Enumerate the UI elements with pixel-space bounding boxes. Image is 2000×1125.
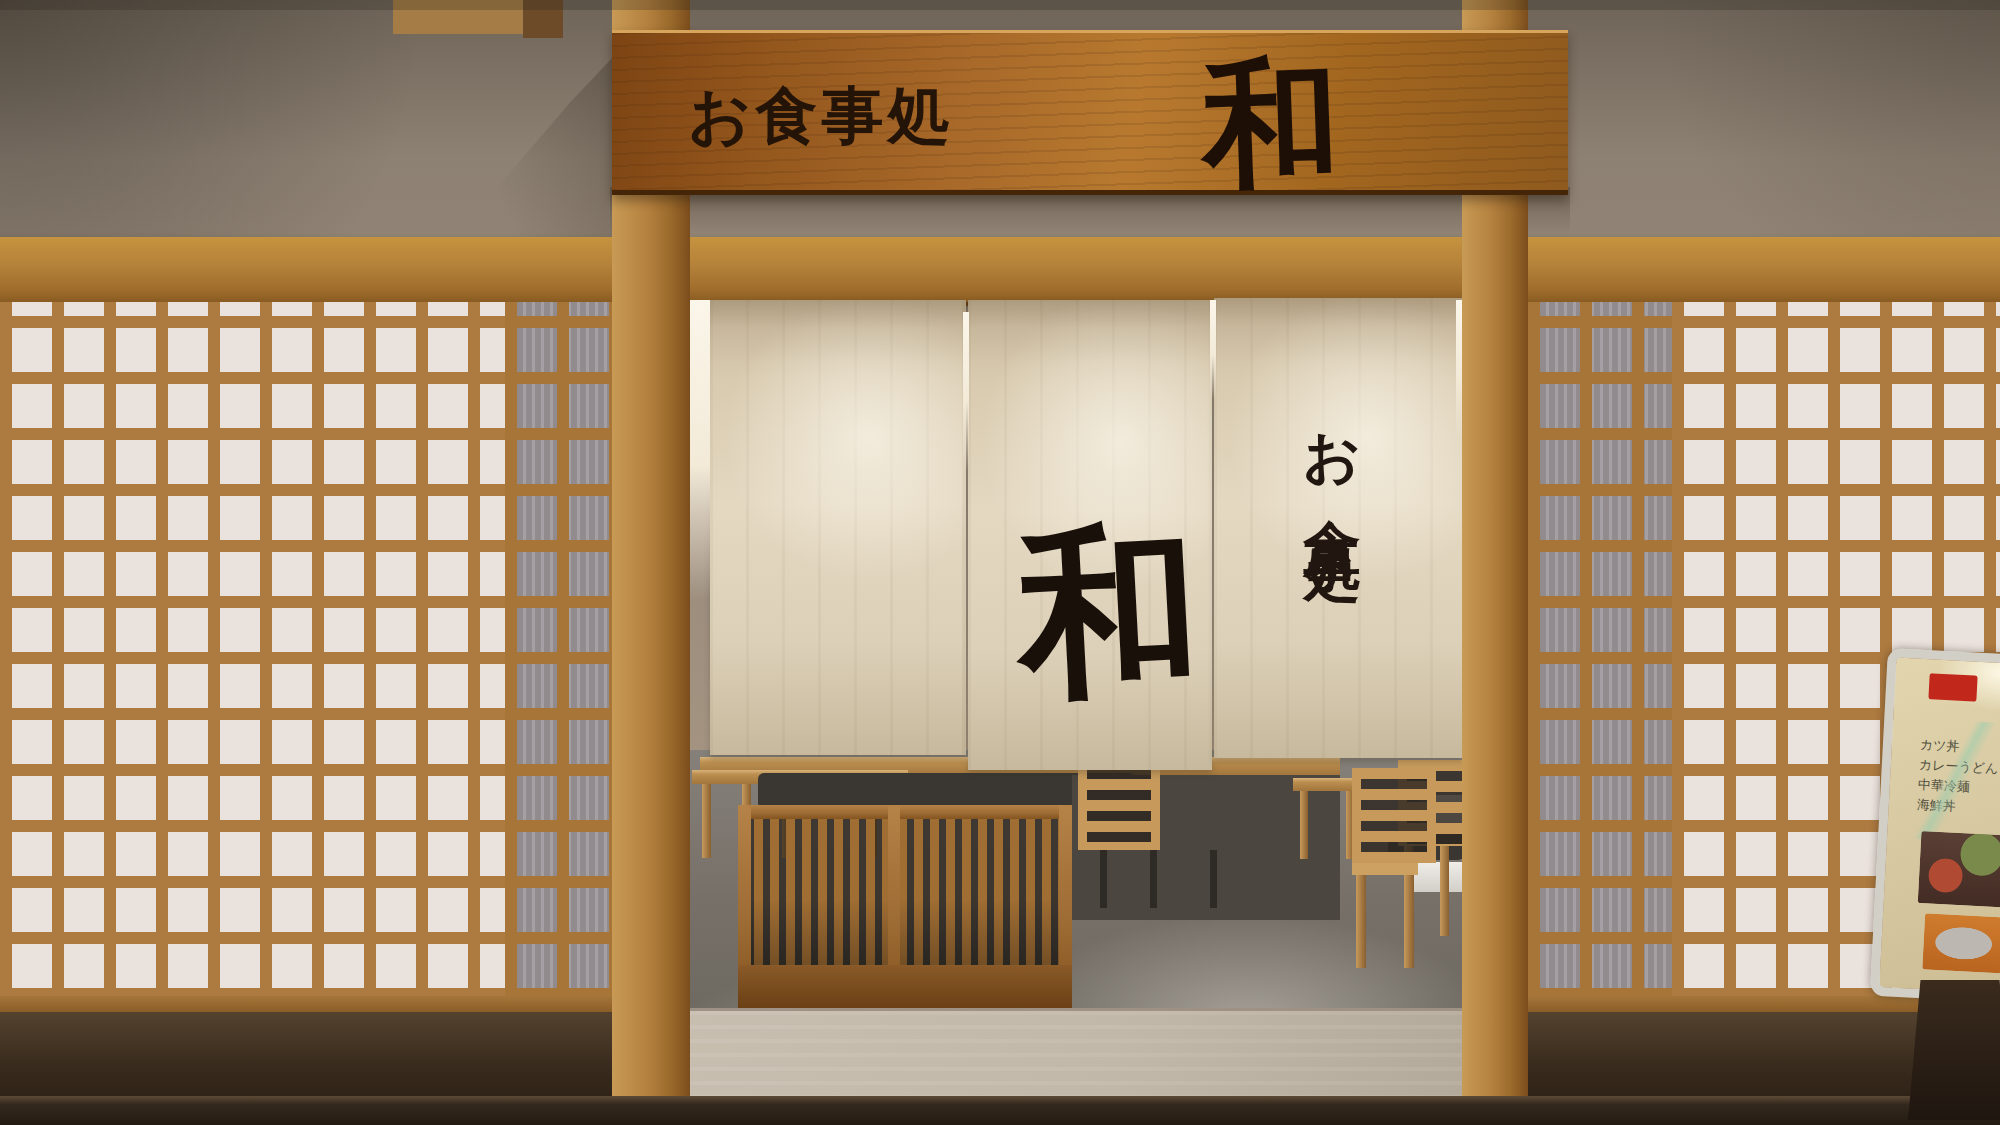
noren-slit-light bbox=[963, 312, 969, 472]
noren-edge-light bbox=[690, 300, 710, 600]
restaurant-entrance-photo: 和 お食事処 お食事処 和 カツ丼 カレーうどん 中華冷麺 海鮮丼 bbox=[0, 0, 2000, 1125]
chair-leg bbox=[1440, 846, 1449, 936]
fence-bottom-board bbox=[738, 965, 1072, 1008]
shoji-screen-left bbox=[0, 302, 505, 1000]
noren-main-kanji: 和 bbox=[1012, 487, 1207, 741]
fence-slats bbox=[738, 819, 1072, 965]
noren-slit-light bbox=[1210, 300, 1216, 400]
signboard-text: お食事処 bbox=[688, 74, 953, 158]
menu-food-photo bbox=[1922, 913, 2000, 973]
shoji-screen-left-inner bbox=[505, 302, 612, 1000]
noren-vertical-text: お食事処 bbox=[1294, 392, 1371, 712]
ceiling-shadow bbox=[0, 0, 2000, 10]
chair bbox=[1078, 758, 1160, 850]
entrance-mat bbox=[688, 1008, 1464, 1103]
chair bbox=[1352, 768, 1436, 863]
chair-leg bbox=[1404, 875, 1414, 968]
stool-leg bbox=[1300, 791, 1308, 859]
table-leg bbox=[1210, 850, 1217, 908]
table-leg bbox=[1100, 850, 1107, 908]
fence-top-rail bbox=[738, 805, 1072, 819]
stool bbox=[1293, 778, 1361, 791]
menu-red-badge bbox=[1928, 673, 1977, 701]
menu-stand: カツ丼 カレーうどん 中華冷麺 海鮮丼 bbox=[1870, 648, 2000, 1003]
noren-panel-left bbox=[710, 300, 966, 755]
table-leg bbox=[1150, 850, 1157, 908]
bench-leg bbox=[702, 784, 711, 858]
menu-stand-legs bbox=[1908, 980, 2000, 1120]
signboard-kanji: 和 bbox=[1199, 30, 1343, 221]
restaurant-interior bbox=[688, 750, 1464, 1125]
lintel-beam bbox=[0, 237, 2000, 306]
shoji-screen-right-inner bbox=[1528, 302, 1672, 1000]
floor-threshold bbox=[0, 1096, 2000, 1125]
table-top bbox=[1412, 862, 1464, 892]
menu-food-photo bbox=[1918, 831, 2000, 908]
menu-reflection bbox=[1887, 717, 2000, 844]
chair-leg bbox=[1356, 875, 1366, 968]
chair-seat bbox=[1352, 863, 1418, 875]
